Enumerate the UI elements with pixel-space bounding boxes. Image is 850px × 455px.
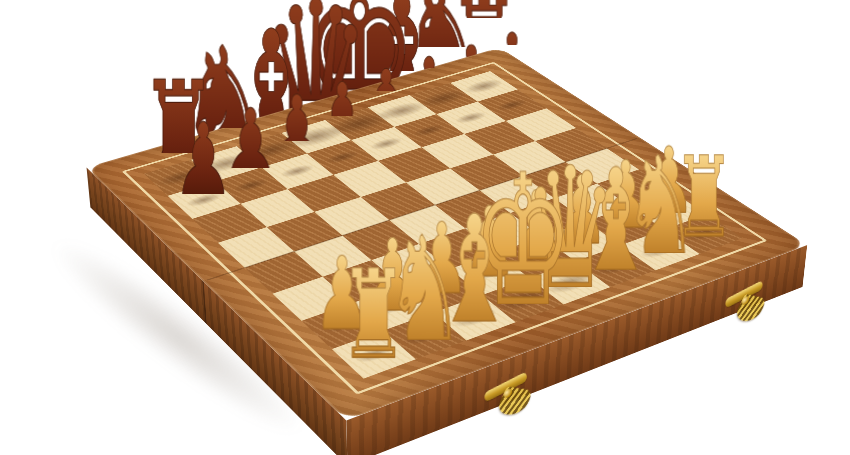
brass-clasp [480, 369, 534, 432]
chess-board: ♜♞♝♛♚♝♞♜♟♟♟♟♟♟♟♟♟♟♟♟♟♟♟♟♜♞♝♚♛♝♞♜ [87, 48, 808, 421]
piece-glyph: ♜ [296, 117, 450, 355]
pieces-layer: ♜♞♝♛♚♝♞♜♟♟♟♟♟♟♟♟♟♟♟♟♟♟♟♟♜♞♝♚♛♝♞♜ [87, 48, 808, 421]
brass-clasp [719, 278, 769, 336]
product-photo: ♜♞♝♛♚♝♞♜♟♟♟♟♟♟♟♟♟♟♟♟♟♟♟♟♜♞♝♚♛♝♞♜ [0, 0, 850, 455]
fold-seam-side [202, 280, 206, 324]
scene: ♜♞♝♛♚♝♞♜♟♟♟♟♟♟♟♟♟♟♟♟♟♟♟♟♜♞♝♚♛♝♞♜ [0, 0, 850, 455]
